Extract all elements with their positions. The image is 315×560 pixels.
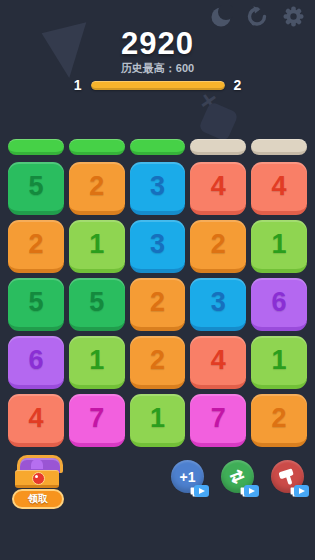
- shuffle-button[interactable]: ⇄: [221, 460, 254, 493]
- current-level-label: 1: [74, 77, 82, 93]
- tile[interactable]: 1: [251, 220, 307, 273]
- queue-capsule-empty: [190, 139, 246, 155]
- level-progress: 1 2: [0, 77, 315, 93]
- ad-video-badge-icon: [194, 485, 209, 497]
- chest-ruby-icon: [32, 472, 45, 485]
- tile[interactable]: 1: [251, 336, 307, 389]
- tile[interactable]: 4: [251, 162, 307, 215]
- tile[interactable]: 4: [8, 394, 64, 447]
- tile[interactable]: 2: [251, 394, 307, 447]
- tile[interactable]: 5: [69, 278, 125, 331]
- score-value: 2920: [0, 26, 315, 62]
- level-progress-fill: [91, 81, 225, 90]
- top-icon-bar: [210, 5, 305, 28]
- queue-capsule-filled: [8, 139, 64, 155]
- ad-video-badge-icon: [244, 485, 259, 497]
- incoming-queue-row: [8, 139, 307, 155]
- tile[interactable]: 6: [8, 336, 64, 389]
- add-one-button[interactable]: +1: [171, 460, 204, 493]
- next-level-label: 2: [234, 77, 242, 93]
- chest-gem-bump-icon: [31, 459, 43, 469]
- tile[interactable]: 3: [190, 278, 246, 331]
- tile[interactable]: 3: [130, 162, 186, 215]
- tool-buttons: +1 ⇄: [171, 460, 304, 493]
- queue-capsule-filled: [69, 139, 125, 155]
- add-one-label: +1: [180, 469, 196, 485]
- tile[interactable]: 1: [69, 336, 125, 389]
- tile[interactable]: 2: [69, 162, 125, 215]
- tile[interactable]: 7: [190, 394, 246, 447]
- moon-icon[interactable]: [210, 5, 233, 28]
- game-board: 5234421321552366124147172: [8, 139, 307, 447]
- hammer-button[interactable]: [271, 460, 304, 493]
- queue-capsule-empty: [251, 139, 307, 155]
- best-score-label: 历史最高：600: [0, 61, 315, 76]
- tile[interactable]: 1: [130, 394, 186, 447]
- tile[interactable]: 3: [130, 220, 186, 273]
- tile[interactable]: 4: [190, 162, 246, 215]
- ad-video-badge-icon: [294, 485, 309, 497]
- tile[interactable]: 1: [69, 220, 125, 273]
- chest-claim-label: 领取: [12, 489, 64, 509]
- chest-body-icon: [15, 470, 59, 488]
- queue-capsule-filled: [130, 139, 186, 155]
- tile[interactable]: 2: [190, 220, 246, 273]
- tile[interactable]: 2: [8, 220, 64, 273]
- tile[interactable]: 6: [251, 278, 307, 331]
- gear-icon[interactable]: [282, 5, 305, 28]
- level-progress-bar: [91, 81, 225, 90]
- tile[interactable]: 5: [8, 278, 64, 331]
- bottom-toolbar: 领取 +1 ⇄: [0, 452, 315, 522]
- tile[interactable]: 4: [190, 336, 246, 389]
- replay-icon[interactable]: [246, 5, 269, 28]
- tile[interactable]: 2: [130, 336, 186, 389]
- tile[interactable]: 5: [8, 162, 64, 215]
- board-grid: 5234421321552366124147172: [8, 162, 307, 447]
- tile[interactable]: 2: [130, 278, 186, 331]
- reward-chest-button[interactable]: 领取: [10, 455, 68, 509]
- tile[interactable]: 7: [69, 394, 125, 447]
